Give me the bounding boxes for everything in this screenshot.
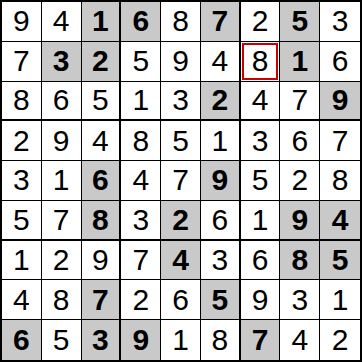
cell-r3c2[interactable]: 6 xyxy=(42,82,82,122)
sudoku-board: 9416872537325948168651324792948513673164… xyxy=(0,0,362,362)
cell-r4c1[interactable]: 2 xyxy=(2,121,42,161)
cell-r6c1[interactable]: 5 xyxy=(2,201,42,241)
cell-r8c5[interactable]: 6 xyxy=(161,280,201,320)
cell-r3c3[interactable]: 5 xyxy=(82,82,122,122)
cell-r1c7[interactable]: 2 xyxy=(241,2,281,42)
cell-r3c7[interactable]: 4 xyxy=(241,82,281,122)
cell-r9c9[interactable]: 2 xyxy=(320,320,360,360)
cell-r3c1[interactable]: 8 xyxy=(2,82,42,122)
cell-r8c1[interactable]: 4 xyxy=(2,280,42,320)
cell-r4c5[interactable]: 5 xyxy=(161,121,201,161)
cell-r2c5[interactable]: 9 xyxy=(161,42,201,82)
cell-r1c8[interactable]: 5 xyxy=(280,2,320,42)
cell-r6c2[interactable]: 7 xyxy=(42,201,82,241)
cell-r8c2[interactable]: 8 xyxy=(42,280,82,320)
cell-r4c9[interactable]: 7 xyxy=(320,121,360,161)
cell-r5c8[interactable]: 2 xyxy=(280,161,320,201)
cell-r1c5[interactable]: 8 xyxy=(161,2,201,42)
cell-r8c8[interactable]: 3 xyxy=(280,280,320,320)
cell-r9c1[interactable]: 6 xyxy=(2,320,42,360)
cell-r6c9[interactable]: 4 xyxy=(320,201,360,241)
cell-r4c4[interactable]: 8 xyxy=(121,121,161,161)
cell-r1c9[interactable]: 3 xyxy=(320,2,360,42)
cell-r4c2[interactable]: 9 xyxy=(42,121,82,161)
cell-r2c9[interactable]: 6 xyxy=(320,42,360,82)
cell-r1c3[interactable]: 1 xyxy=(82,2,122,42)
cell-r2c3[interactable]: 2 xyxy=(82,42,122,82)
cell-r2c2[interactable]: 3 xyxy=(42,42,82,82)
cell-r8c9[interactable]: 1 xyxy=(320,280,360,320)
cell-r9c7[interactable]: 7 xyxy=(241,320,281,360)
cell-r8c4[interactable]: 2 xyxy=(121,280,161,320)
cell-r9c3[interactable]: 3 xyxy=(82,320,122,360)
cell-r2c1[interactable]: 7 xyxy=(2,42,42,82)
cell-r9c5[interactable]: 1 xyxy=(161,320,201,360)
cell-r1c1[interactable]: 9 xyxy=(2,2,42,42)
cell-r1c6[interactable]: 7 xyxy=(201,2,241,42)
cell-r1c2[interactable]: 4 xyxy=(42,2,82,42)
cell-r2c8[interactable]: 1 xyxy=(280,42,320,82)
cell-r9c6[interactable]: 8 xyxy=(201,320,241,360)
cell-r6c7[interactable]: 1 xyxy=(241,201,281,241)
cell-r2c6[interactable]: 4 xyxy=(201,42,241,82)
cell-r9c8[interactable]: 4 xyxy=(280,320,320,360)
cell-r2c7[interactable]: 8 xyxy=(241,42,281,82)
cell-r5c9[interactable]: 8 xyxy=(320,161,360,201)
cell-r7c3[interactable]: 9 xyxy=(82,241,122,281)
cell-r6c6[interactable]: 6 xyxy=(201,201,241,241)
cell-r6c8[interactable]: 9 xyxy=(280,201,320,241)
cell-r7c4[interactable]: 7 xyxy=(121,241,161,281)
cell-r7c7[interactable]: 6 xyxy=(241,241,281,281)
cell-r3c4[interactable]: 1 xyxy=(121,82,161,122)
cell-r8c7[interactable]: 9 xyxy=(241,280,281,320)
cell-r4c7[interactable]: 3 xyxy=(241,121,281,161)
cell-r7c8[interactable]: 8 xyxy=(280,241,320,281)
cell-r5c1[interactable]: 3 xyxy=(2,161,42,201)
cell-r1c4[interactable]: 6 xyxy=(121,2,161,42)
cell-r3c8[interactable]: 7 xyxy=(280,82,320,122)
cell-r5c6[interactable]: 9 xyxy=(201,161,241,201)
cell-r5c2[interactable]: 1 xyxy=(42,161,82,201)
cell-r5c7[interactable]: 5 xyxy=(241,161,281,201)
cell-r4c8[interactable]: 6 xyxy=(280,121,320,161)
cell-r6c4[interactable]: 3 xyxy=(121,201,161,241)
cell-r6c5[interactable]: 2 xyxy=(161,201,201,241)
cell-r7c2[interactable]: 2 xyxy=(42,241,82,281)
cell-r9c2[interactable]: 5 xyxy=(42,320,82,360)
cell-r3c6[interactable]: 2 xyxy=(201,82,241,122)
cell-r8c6[interactable]: 5 xyxy=(201,280,241,320)
cell-r5c5[interactable]: 7 xyxy=(161,161,201,201)
cell-r5c3[interactable]: 6 xyxy=(82,161,122,201)
cell-r9c4[interactable]: 9 xyxy=(121,320,161,360)
cell-r7c9[interactable]: 5 xyxy=(320,241,360,281)
cell-r3c9[interactable]: 9 xyxy=(320,82,360,122)
cell-r7c6[interactable]: 3 xyxy=(201,241,241,281)
cell-r3c5[interactable]: 3 xyxy=(161,82,201,122)
cell-r7c5[interactable]: 4 xyxy=(161,241,201,281)
cell-r4c3[interactable]: 4 xyxy=(82,121,122,161)
cell-r6c3[interactable]: 8 xyxy=(82,201,122,241)
cell-r5c4[interactable]: 4 xyxy=(121,161,161,201)
cell-r7c1[interactable]: 1 xyxy=(2,241,42,281)
cell-r2c4[interactable]: 5 xyxy=(121,42,161,82)
cell-r8c3[interactable]: 7 xyxy=(82,280,122,320)
cell-r4c6[interactable]: 1 xyxy=(201,121,241,161)
